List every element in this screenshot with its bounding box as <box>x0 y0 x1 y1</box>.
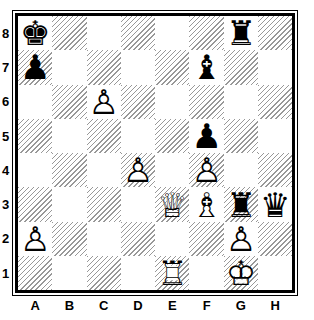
rank-labels: 87654321 <box>0 16 11 290</box>
square-d4[interactable]: ♟♙ <box>121 153 155 187</box>
square-f1[interactable] <box>189 256 223 290</box>
square-g2[interactable]: ♟♙ <box>224 222 258 256</box>
square-g1[interactable]: ♚♔ <box>224 256 258 290</box>
square-b8[interactable] <box>52 16 86 50</box>
rank-label-8: 8 <box>0 16 11 50</box>
rank-label-1: 1 <box>0 256 11 290</box>
square-c6[interactable]: ♟♙ <box>87 85 121 119</box>
file-label-c: C <box>87 298 121 313</box>
piece-black-pawn[interactable]: ♟ <box>18 50 52 84</box>
square-c5[interactable] <box>87 119 121 153</box>
square-e7[interactable] <box>155 50 189 84</box>
square-f8[interactable] <box>189 16 223 50</box>
rank-label-6: 6 <box>0 85 11 119</box>
square-a5[interactable] <box>18 119 52 153</box>
square-c8[interactable] <box>87 16 121 50</box>
piece-white-pawn[interactable]: ♟♙ <box>224 222 258 256</box>
piece-glyph: ♟ <box>20 50 50 84</box>
rank-label-3: 3 <box>0 187 11 221</box>
piece-glyph: ♙ <box>89 85 119 119</box>
piece-glyph: ♝ <box>191 50 221 84</box>
square-b4[interactable] <box>52 153 86 187</box>
square-e8[interactable] <box>155 16 189 50</box>
square-a2[interactable]: ♟♙ <box>18 222 52 256</box>
square-f6[interactable] <box>189 85 223 119</box>
square-f4[interactable]: ♟♙ <box>189 153 223 187</box>
square-d6[interactable] <box>121 85 155 119</box>
piece-black-rook[interactable]: ♜ <box>224 16 258 50</box>
square-b6[interactable] <box>52 85 86 119</box>
piece-white-pawn[interactable]: ♟♙ <box>87 85 121 119</box>
piece-white-bishop[interactable]: ♝♗ <box>189 187 223 221</box>
piece-glyph: ♕ <box>157 188 187 222</box>
square-c7[interactable] <box>87 50 121 84</box>
square-d2[interactable] <box>121 222 155 256</box>
square-h5[interactable] <box>258 119 292 153</box>
square-e6[interactable] <box>155 85 189 119</box>
square-a3[interactable] <box>18 187 52 221</box>
square-a6[interactable] <box>18 85 52 119</box>
piece-white-queen[interactable]: ♛♕ <box>155 187 189 221</box>
chess-board-frame: ♚♜♟♝♟♙♟♟♙♟♙♛♕♝♗♜♛♟♙♟♙♜♖♚♔ <box>12 10 298 296</box>
square-f3[interactable]: ♝♗ <box>189 187 223 221</box>
piece-white-pawn[interactable]: ♟♙ <box>189 153 223 187</box>
piece-glyph: ♗ <box>191 188 221 222</box>
square-d5[interactable] <box>121 119 155 153</box>
square-g4[interactable] <box>224 153 258 187</box>
file-label-f: F <box>189 298 223 313</box>
square-c3[interactable] <box>87 187 121 221</box>
square-b5[interactable] <box>52 119 86 153</box>
square-f5[interactable]: ♟ <box>189 119 223 153</box>
piece-black-bishop[interactable]: ♝ <box>189 50 223 84</box>
rank-label-4: 4 <box>0 153 11 187</box>
square-a4[interactable] <box>18 153 52 187</box>
file-label-a: A <box>18 298 52 313</box>
file-label-h: H <box>258 298 292 313</box>
piece-glyph: ♔ <box>226 256 256 290</box>
piece-black-rook[interactable]: ♜ <box>224 187 258 221</box>
square-b2[interactable] <box>52 222 86 256</box>
square-b1[interactable] <box>52 256 86 290</box>
file-label-d: D <box>121 298 155 313</box>
piece-glyph: ♜ <box>226 16 256 50</box>
square-e2[interactable] <box>155 222 189 256</box>
square-f2[interactable] <box>189 222 223 256</box>
piece-black-queen[interactable]: ♛ <box>258 187 292 221</box>
square-a1[interactable] <box>18 256 52 290</box>
piece-white-pawn[interactable]: ♟♙ <box>18 222 52 256</box>
square-e4[interactable] <box>155 153 189 187</box>
square-g7[interactable] <box>224 50 258 84</box>
piece-glyph: ♖ <box>157 256 187 290</box>
square-d3[interactable] <box>121 187 155 221</box>
file-label-b: B <box>52 298 86 313</box>
square-h3[interactable]: ♛ <box>258 187 292 221</box>
square-g3[interactable]: ♜ <box>224 187 258 221</box>
piece-glyph: ♜ <box>226 188 256 222</box>
square-e1[interactable]: ♜♖ <box>155 256 189 290</box>
square-a7[interactable]: ♟ <box>18 50 52 84</box>
square-d8[interactable] <box>121 16 155 50</box>
piece-glyph: ♙ <box>226 222 256 256</box>
chess-diagram: 87654321 ♚♜♟♝♟♙♟♟♙♟♙♛♕♝♗♜♛♟♙♟♙♜♖♚♔ ABCDE… <box>0 0 314 320</box>
square-d1[interactable] <box>121 256 155 290</box>
file-labels: ABCDEFGH <box>18 298 292 313</box>
rank-label-7: 7 <box>0 50 11 84</box>
square-e5[interactable] <box>155 119 189 153</box>
square-c4[interactable] <box>87 153 121 187</box>
square-g6[interactable] <box>224 85 258 119</box>
file-label-g: G <box>224 298 258 313</box>
square-f7[interactable]: ♝ <box>189 50 223 84</box>
piece-white-pawn[interactable]: ♟♙ <box>121 153 155 187</box>
piece-glyph: ♟ <box>191 119 221 153</box>
file-label-e: E <box>155 298 189 313</box>
square-h2[interactable] <box>258 222 292 256</box>
piece-glyph: ♙ <box>20 222 50 256</box>
square-a8[interactable]: ♚ <box>18 16 52 50</box>
piece-glyph: ♙ <box>191 153 221 187</box>
square-h4[interactable] <box>258 153 292 187</box>
square-b7[interactable] <box>52 50 86 84</box>
piece-glyph: ♛ <box>260 188 290 222</box>
piece-black-king[interactable]: ♚ <box>18 16 52 50</box>
rank-label-2: 2 <box>0 222 11 256</box>
rank-label-5: 5 <box>0 119 11 153</box>
piece-white-rook[interactable]: ♜♖ <box>155 256 189 290</box>
square-c2[interactable] <box>87 222 121 256</box>
square-h8[interactable] <box>258 16 292 50</box>
square-h1[interactable] <box>258 256 292 290</box>
chess-board: ♚♜♟♝♟♙♟♟♙♟♙♛♕♝♗♜♛♟♙♟♙♜♖♚♔ <box>15 13 295 293</box>
square-g5[interactable] <box>224 119 258 153</box>
square-b3[interactable] <box>52 187 86 221</box>
square-d7[interactable] <box>121 50 155 84</box>
square-g8[interactable]: ♜ <box>224 16 258 50</box>
piece-black-pawn[interactable]: ♟ <box>189 119 223 153</box>
square-e3[interactable]: ♛♕ <box>155 187 189 221</box>
square-c1[interactable] <box>87 256 121 290</box>
piece-white-king[interactable]: ♚♔ <box>224 256 258 290</box>
square-h6[interactable] <box>258 85 292 119</box>
square-h7[interactable] <box>258 50 292 84</box>
piece-glyph: ♙ <box>123 153 153 187</box>
piece-glyph: ♚ <box>20 16 50 50</box>
